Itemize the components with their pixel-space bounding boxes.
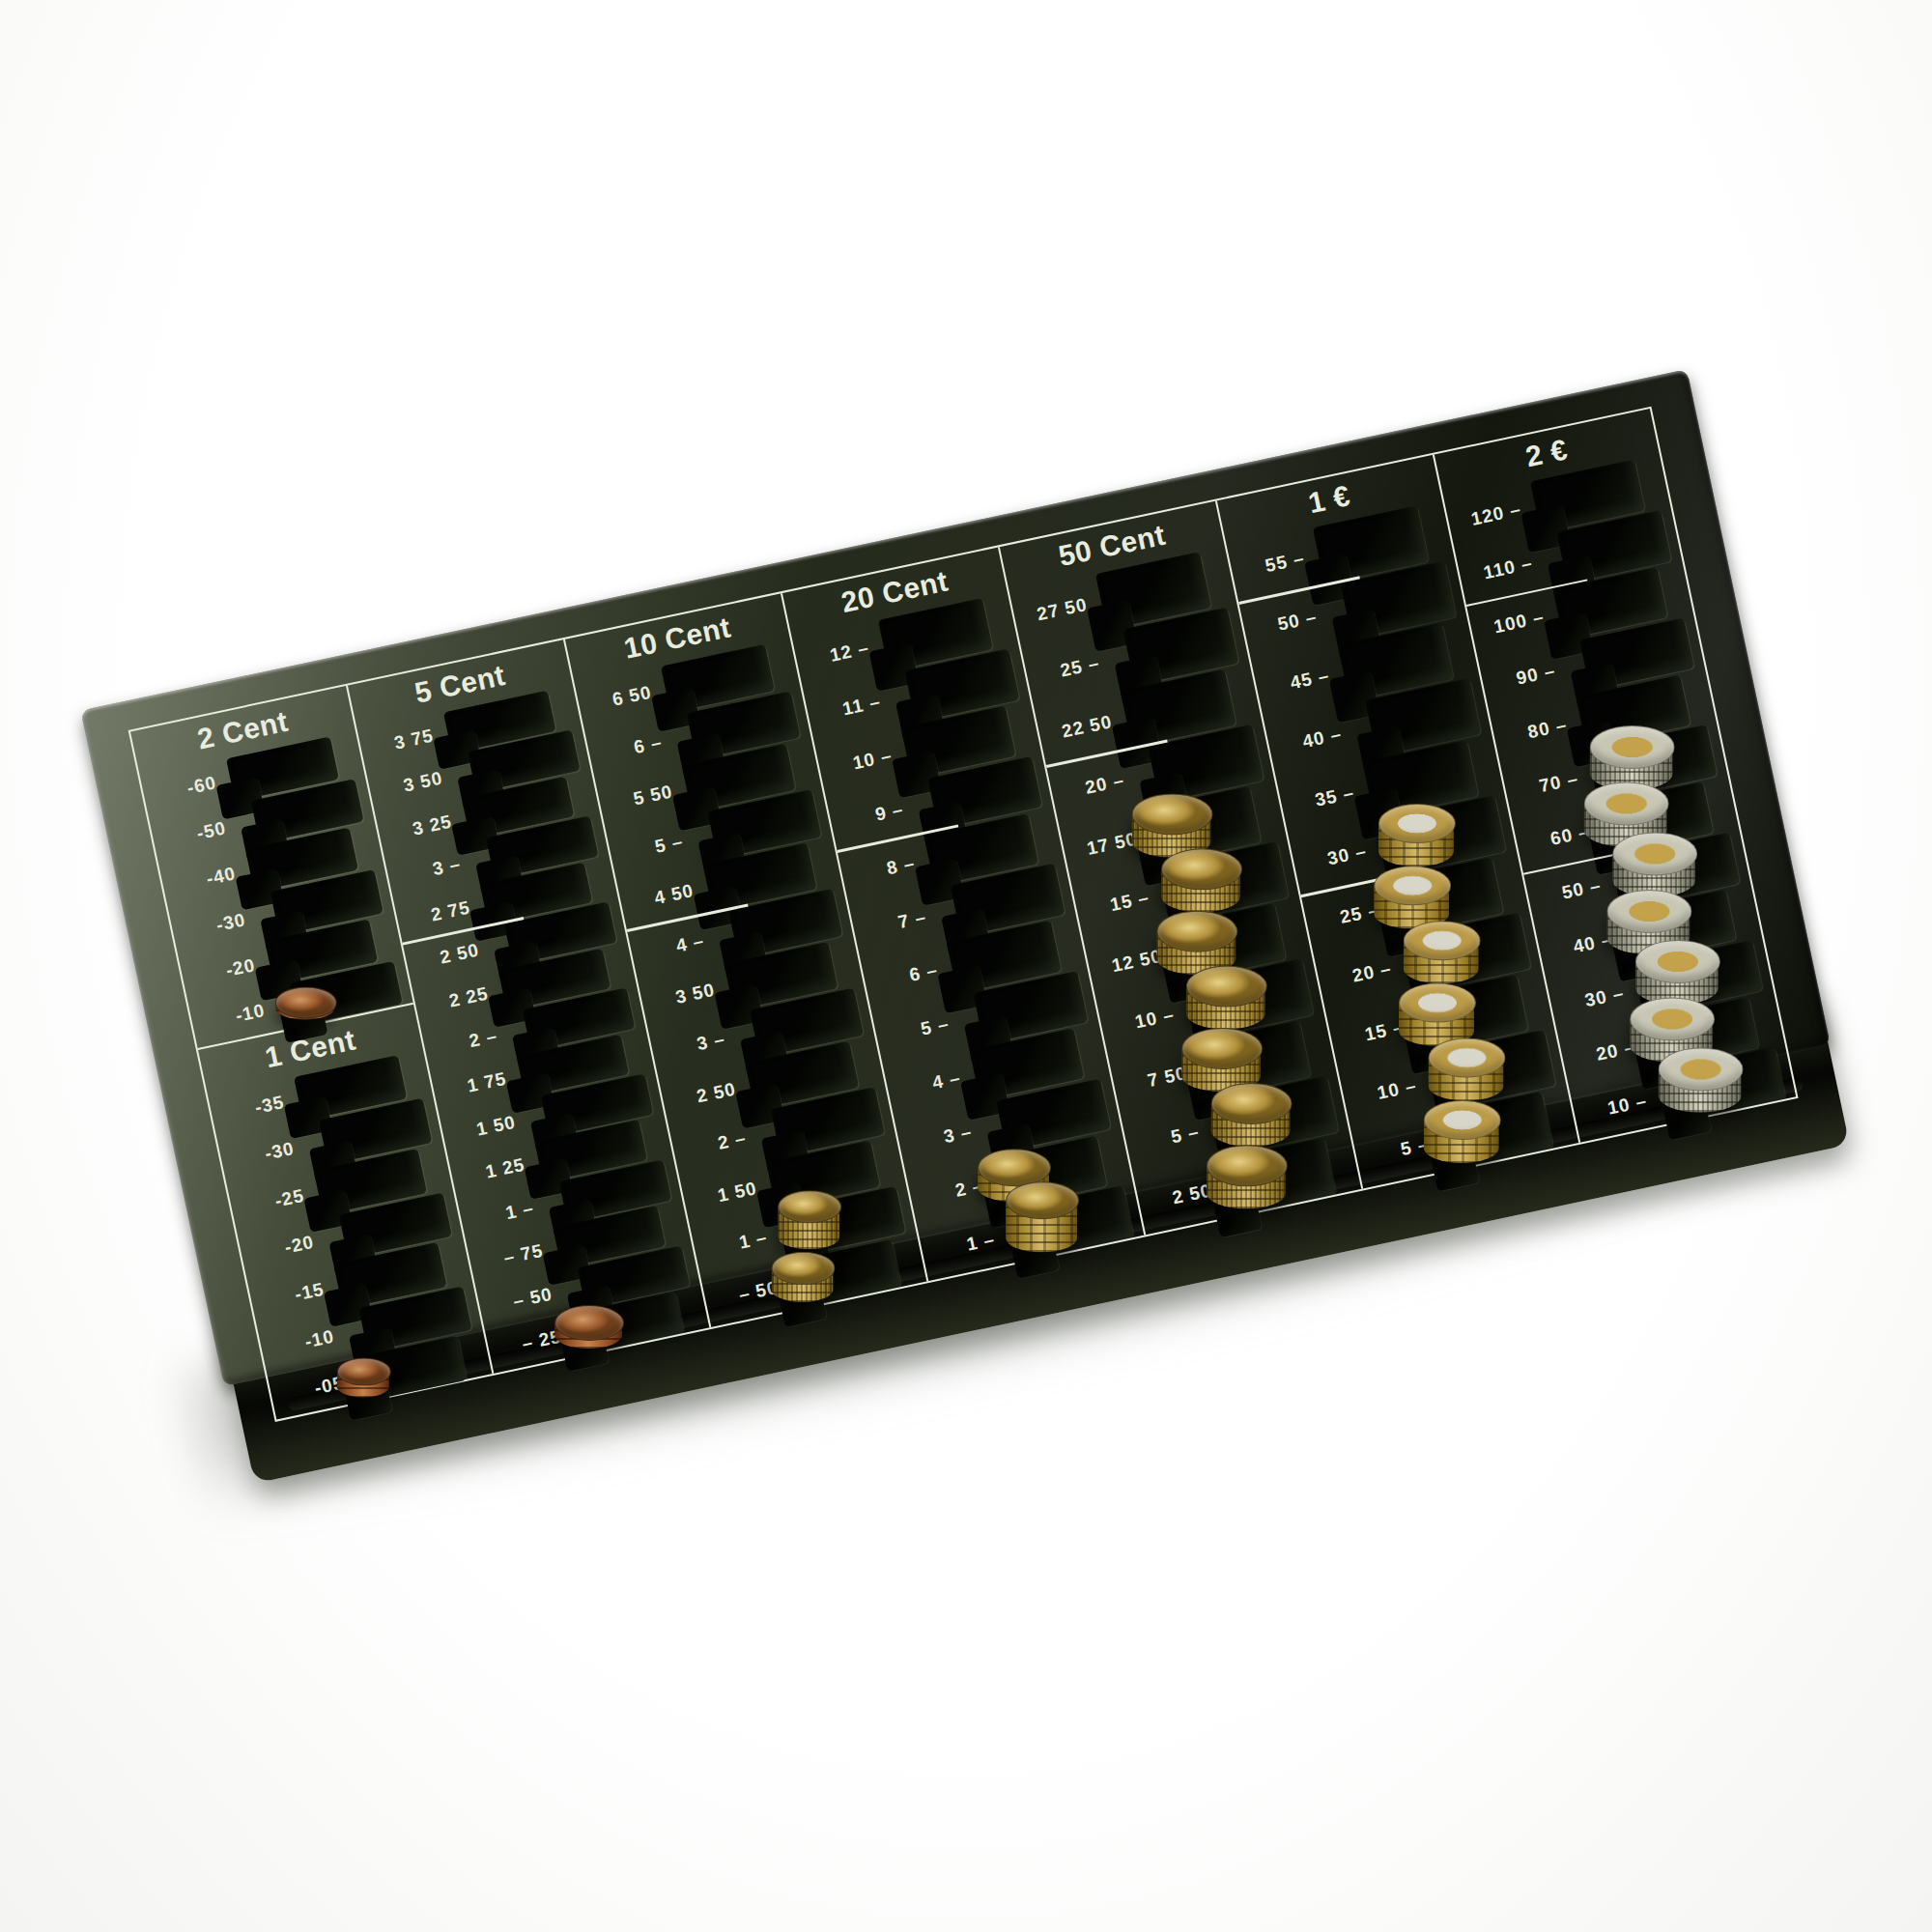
coin-top-face: [1399, 982, 1476, 1022]
coin-stack-50cent: [1207, 1145, 1286, 1228]
value-label: 15 –: [1075, 887, 1151, 923]
value-label: 12 50: [1088, 946, 1164, 981]
value-label: 3 50: [640, 980, 717, 1015]
value-label: 7 –: [852, 906, 928, 942]
value-label: 50 –: [1242, 607, 1319, 642]
value-label: -30: [220, 1138, 297, 1174]
coin-top-face: [1374, 866, 1451, 905]
coin-stack-5cent: [554, 1305, 622, 1365]
coin-top-face: [1612, 833, 1697, 876]
coin-top-face: [1161, 848, 1242, 890]
value-label: – 75: [469, 1240, 545, 1276]
value-label: 1 –: [921, 1229, 997, 1264]
value-label: 120 –: [1447, 499, 1523, 535]
value-label: -30: [171, 909, 247, 945]
value-label: 1 25: [450, 1154, 526, 1190]
value-label: 25 –: [1305, 899, 1381, 935]
value-label: 3 25: [378, 810, 454, 846]
value-label: 20 –: [1050, 770, 1126, 806]
value-label: 3 75: [359, 724, 436, 760]
coin-top-face: [1630, 997, 1715, 1040]
value-label: 90 –: [1481, 660, 1557, 696]
value-label: 22 50: [1037, 711, 1114, 747]
value-label: – 50: [704, 1277, 781, 1313]
coin-top-face: [1131, 793, 1212, 835]
value-label: 60 –: [1516, 821, 1592, 857]
coin-stack-2euro: [1659, 1047, 1742, 1132]
value-label: -35: [210, 1092, 286, 1127]
value-label: 35 –: [1280, 782, 1356, 818]
value-label: 9 –: [830, 799, 906, 835]
value-label: 6 –: [864, 960, 940, 996]
value-label: 2 50: [405, 940, 481, 976]
value-label: -10: [190, 1000, 267, 1036]
value-label: – 25: [487, 1326, 563, 1362]
coin-top-face: [1207, 1145, 1288, 1186]
value-label: 30 –: [1549, 982, 1626, 1018]
value-label: 15 –: [1330, 1016, 1406, 1052]
value-label: -20: [181, 954, 257, 990]
coin-top-face: [1404, 921, 1481, 960]
value-label: 40 –: [1539, 928, 1615, 964]
value-label: 20 –: [1561, 1037, 1637, 1072]
coin-top-face: [1424, 1099, 1501, 1139]
value-label: 5 –: [875, 1013, 952, 1049]
value-label: 1 50: [683, 1178, 759, 1213]
coin-top-face: [1156, 910, 1237, 952]
value-label: 2 –: [672, 1128, 749, 1164]
coin-top-face: [1006, 1181, 1079, 1219]
value-label: 10 –: [1343, 1075, 1419, 1111]
value-label: 1 75: [433, 1068, 509, 1104]
value-label: 100 –: [1470, 607, 1547, 642]
value-label: 20 –: [1318, 958, 1394, 994]
coin-top-face: [771, 1252, 835, 1285]
value-label: -60: [142, 772, 218, 808]
value-label: 4 –: [887, 1067, 963, 1103]
value-label: -25: [230, 1185, 306, 1221]
value-label: -20: [240, 1232, 316, 1267]
value-label: 4 50: [619, 880, 696, 916]
value-label: 10 –: [1100, 1004, 1177, 1039]
coin-top-face: [1428, 1037, 1505, 1077]
value-label: 6 50: [578, 682, 654, 718]
value-label: 1 –: [694, 1227, 770, 1263]
coin-top-face: [1590, 724, 1675, 768]
coin-stack-1cent: [337, 1358, 389, 1410]
coin-top-face: [1186, 965, 1267, 1007]
coin-stack-20cent: [1006, 1181, 1077, 1269]
value-label: 4 –: [630, 929, 706, 965]
coin-top-face: [978, 1149, 1051, 1186]
value-label: -50: [152, 817, 228, 853]
value-label: -15: [250, 1279, 327, 1315]
value-label: 3 –: [897, 1122, 974, 1157]
coin-top-face: [554, 1305, 624, 1341]
value-label: 1 –: [460, 1197, 536, 1233]
value-label: 5 50: [598, 781, 674, 816]
value-label: 2 –: [909, 1175, 985, 1210]
coin-top-face: [1211, 1082, 1293, 1123]
coin-top-face: [1659, 1047, 1744, 1091]
value-label: 11 –: [807, 692, 883, 727]
coin-stack-1euro: [1424, 1099, 1499, 1180]
value-label: 3 –: [651, 1029, 727, 1065]
value-label: -05: [270, 1373, 346, 1408]
value-label: -10: [260, 1325, 336, 1361]
value-label: 8 –: [840, 853, 917, 889]
coin-top-face: [1584, 782, 1669, 826]
value-label: 12 –: [795, 638, 871, 673]
coin-sorting-tray: 2 Cent-60-50-40-30-20-101 Cent-35-30-25-…: [80, 369, 1851, 1486]
coin-stack-2cent: [275, 987, 335, 1035]
coin-top-face: [1635, 940, 1720, 983]
value-label: 40 –: [1267, 724, 1344, 759]
coin-tray-photo-scene: 2 Cent-60-50-40-30-20-101 Cent-35-30-25-…: [0, 0, 1932, 1932]
coin-top-face: [1181, 1028, 1263, 1069]
value-label: 10 –: [818, 745, 895, 781]
value-label: 3 50: [368, 768, 444, 804]
coin-top-face: [1378, 803, 1456, 842]
value-label: 3 –: [386, 854, 463, 890]
value-label: 70 –: [1504, 768, 1580, 804]
value-label: 5 –: [1354, 1134, 1431, 1170]
value-label: 50 –: [1527, 875, 1604, 911]
coin-top-face: [778, 1190, 841, 1223]
value-label: 27 50: [1013, 594, 1090, 630]
value-label: 2 75: [396, 896, 472, 932]
value-label: – 50: [478, 1283, 554, 1319]
value-label: 5 –: [1125, 1122, 1202, 1157]
value-label: 55 –: [1231, 548, 1307, 583]
value-label: 2 50: [1138, 1179, 1214, 1215]
value-label: 7 50: [1113, 1063, 1189, 1098]
value-label: 1 50: [441, 1112, 518, 1148]
coin-stack-10cent: [771, 1252, 833, 1318]
value-label: 5 –: [609, 831, 685, 867]
value-label: 45 –: [1255, 665, 1331, 700]
value-label: 10 –: [1573, 1090, 1649, 1125]
coin-top-face: [1606, 890, 1691, 933]
value-label: 110 –: [1459, 553, 1535, 588]
value-label: 2 50: [662, 1078, 738, 1114]
value-label: 2 25: [414, 982, 491, 1018]
value-label: 6 –: [588, 731, 665, 767]
value-label: 30 –: [1293, 840, 1369, 876]
value-label: 17 50: [1063, 828, 1139, 864]
value-label: -40: [161, 864, 238, 899]
value-label: 80 –: [1492, 714, 1569, 750]
value-label: 25 –: [1025, 653, 1101, 689]
tray-grid: 2 Cent-60-50-40-30-20-101 Cent-35-30-25-…: [128, 407, 1799, 1422]
value-label: 2 –: [423, 1026, 499, 1062]
